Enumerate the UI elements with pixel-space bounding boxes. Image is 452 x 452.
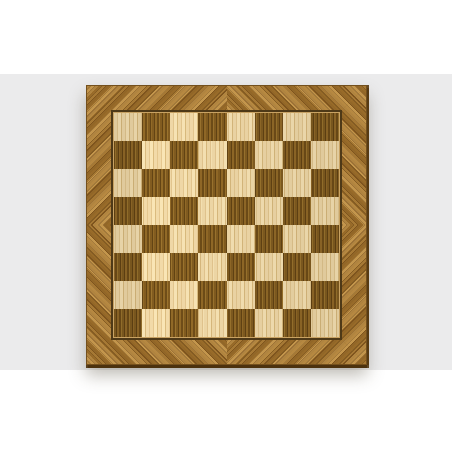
square-f7[interactable] <box>255 141 283 169</box>
square-f2[interactable] <box>255 281 283 309</box>
square-b8[interactable] <box>142 113 170 141</box>
board-frame-bottom <box>87 337 366 364</box>
square-e2[interactable] <box>227 281 255 309</box>
square-h1[interactable] <box>311 309 339 337</box>
square-d8[interactable] <box>198 113 226 141</box>
square-e1[interactable] <box>227 309 255 337</box>
square-a8[interactable] <box>114 113 142 141</box>
square-d5[interactable] <box>198 197 226 225</box>
square-f6[interactable] <box>255 169 283 197</box>
board-frame-right <box>339 86 366 364</box>
square-c5[interactable] <box>170 197 198 225</box>
square-d1[interactable] <box>198 309 226 337</box>
square-g5[interactable] <box>283 197 311 225</box>
square-f4[interactable] <box>255 225 283 253</box>
square-b1[interactable] <box>142 309 170 337</box>
square-h2[interactable] <box>311 281 339 309</box>
square-c7[interactable] <box>170 141 198 169</box>
square-d4[interactable] <box>198 225 226 253</box>
square-c6[interactable] <box>170 169 198 197</box>
board-pinstripe-border <box>111 110 342 340</box>
square-a3[interactable] <box>114 253 142 281</box>
square-e3[interactable] <box>227 253 255 281</box>
square-b6[interactable] <box>142 169 170 197</box>
square-c1[interactable] <box>170 309 198 337</box>
square-e7[interactable] <box>227 141 255 169</box>
square-e5[interactable] <box>227 197 255 225</box>
square-b7[interactable] <box>142 141 170 169</box>
square-a5[interactable] <box>114 197 142 225</box>
square-c8[interactable] <box>170 113 198 141</box>
square-b2[interactable] <box>142 281 170 309</box>
square-h7[interactable] <box>311 141 339 169</box>
square-g2[interactable] <box>283 281 311 309</box>
product-photo <box>0 0 452 452</box>
square-f3[interactable] <box>255 253 283 281</box>
square-d6[interactable] <box>198 169 226 197</box>
board-frame-left <box>87 86 114 364</box>
square-c3[interactable] <box>170 253 198 281</box>
square-g8[interactable] <box>283 113 311 141</box>
square-h5[interactable] <box>311 197 339 225</box>
square-c2[interactable] <box>170 281 198 309</box>
square-e8[interactable] <box>227 113 255 141</box>
square-h3[interactable] <box>311 253 339 281</box>
square-g4[interactable] <box>283 225 311 253</box>
square-f1[interactable] <box>255 309 283 337</box>
square-a1[interactable] <box>114 309 142 337</box>
square-g6[interactable] <box>283 169 311 197</box>
playing-area <box>114 113 339 337</box>
square-f8[interactable] <box>255 113 283 141</box>
square-h8[interactable] <box>311 113 339 141</box>
square-a6[interactable] <box>114 169 142 197</box>
chess-board <box>86 85 367 365</box>
square-g7[interactable] <box>283 141 311 169</box>
square-b3[interactable] <box>142 253 170 281</box>
square-b4[interactable] <box>142 225 170 253</box>
square-e6[interactable] <box>227 169 255 197</box>
square-a2[interactable] <box>114 281 142 309</box>
square-a4[interactable] <box>114 225 142 253</box>
square-h4[interactable] <box>311 225 339 253</box>
square-d2[interactable] <box>198 281 226 309</box>
square-b5[interactable] <box>142 197 170 225</box>
square-g3[interactable] <box>283 253 311 281</box>
square-f5[interactable] <box>255 197 283 225</box>
square-a7[interactable] <box>114 141 142 169</box>
square-d3[interactable] <box>198 253 226 281</box>
square-g1[interactable] <box>283 309 311 337</box>
square-d7[interactable] <box>198 141 226 169</box>
board-frame-top <box>87 86 366 113</box>
square-e4[interactable] <box>227 225 255 253</box>
square-c4[interactable] <box>170 225 198 253</box>
square-h6[interactable] <box>311 169 339 197</box>
